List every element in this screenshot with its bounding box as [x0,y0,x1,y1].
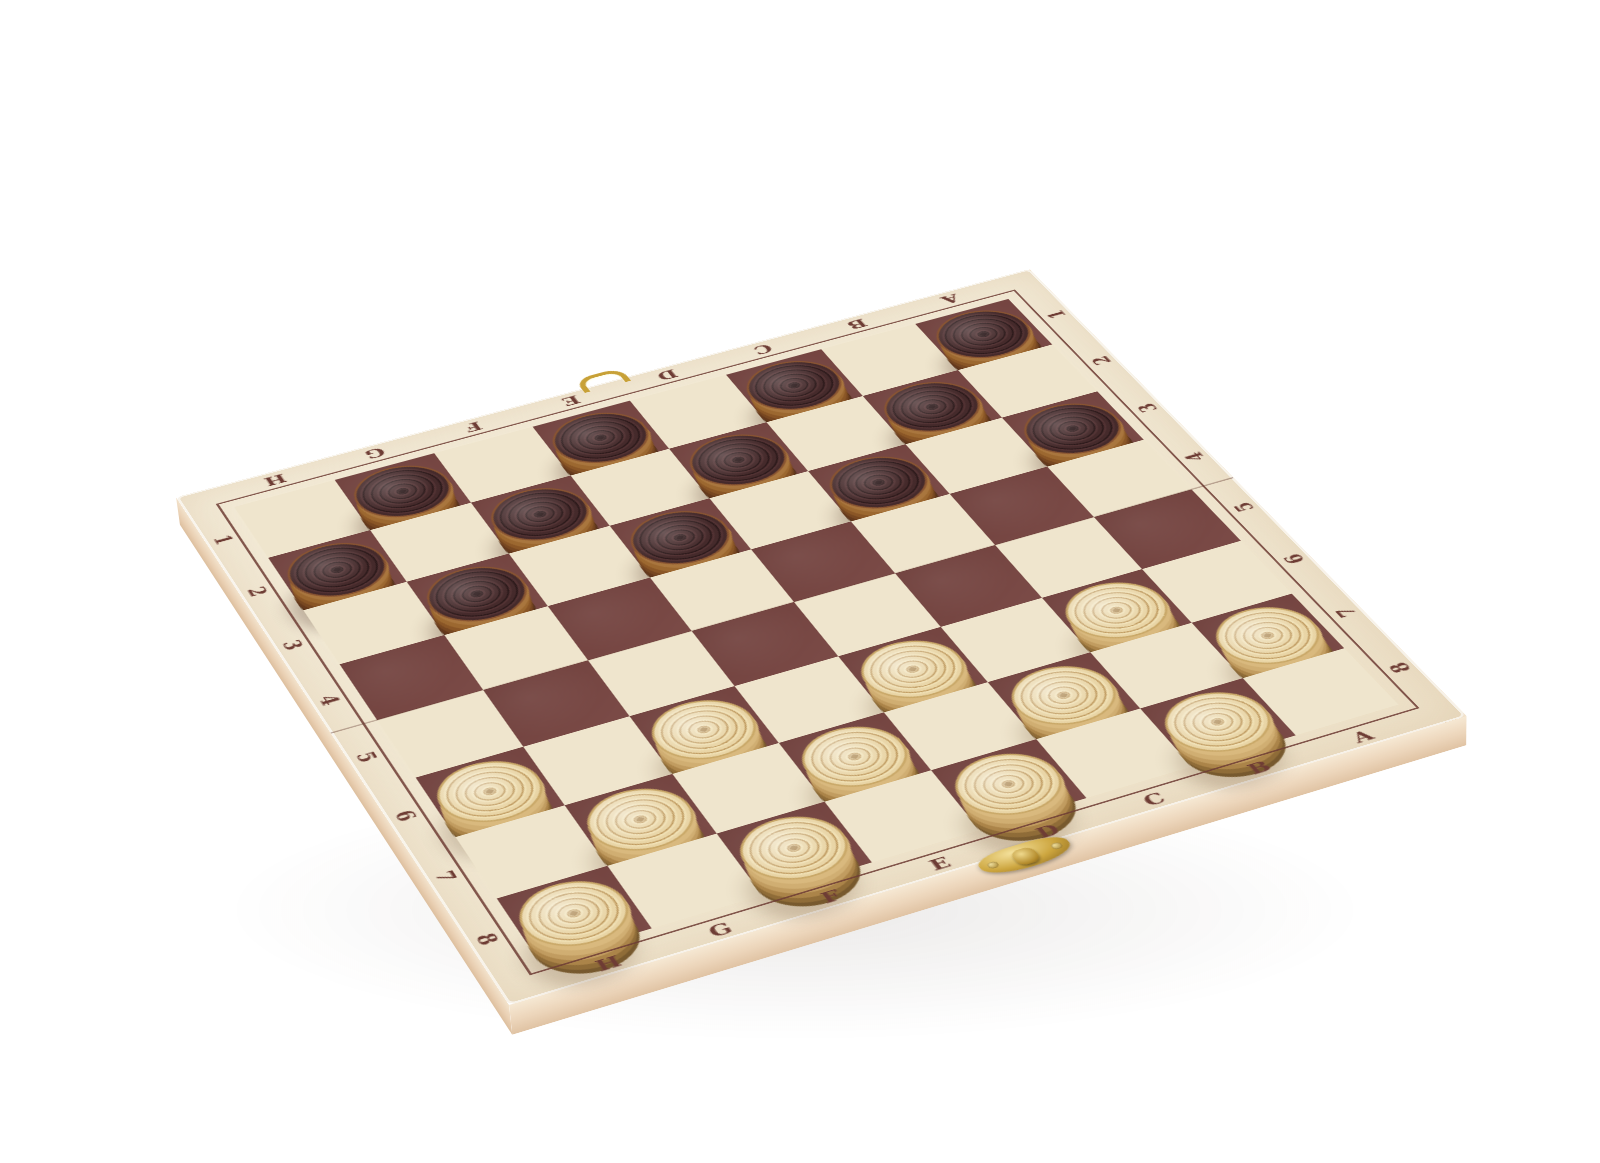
square-c8[interactable] [1036,708,1191,798]
file-label-far-h: H [261,471,289,487]
light-piece-f6[interactable] [636,689,772,769]
square-h5[interactable] [377,690,523,778]
square-f7[interactable] [672,742,824,833]
square-g8[interactable] [607,833,762,928]
rank-label-left-4: 4 [315,692,344,707]
light-piece-d6[interactable] [845,630,981,708]
rank-label-right-5: 5 [1229,500,1257,514]
square-d7[interactable] [884,682,1036,770]
file-label-near-c: C [1139,790,1168,808]
square-a8[interactable] [1243,648,1399,735]
light-piece-c7[interactable] [995,656,1134,735]
rank-label-right-3: 3 [1134,401,1162,414]
light-piece-g7[interactable] [572,778,710,862]
hinge-ring-icon [574,367,631,393]
square-a7[interactable] [1192,593,1345,678]
rank-label-left-8: 8 [472,930,503,947]
rank-label-right-4: 4 [1181,450,1209,463]
rank-label-right-1: 1 [1043,308,1070,320]
file-label-far-e: E [559,393,583,407]
square-h4[interactable] [340,635,484,720]
file-label-near-g: G [705,919,735,939]
rank-label-left-1: 1 [210,532,237,546]
square-f8[interactable] [717,801,872,894]
light-piece-e7[interactable] [786,716,924,797]
square-g5[interactable] [483,660,629,746]
square-e7[interactable] [779,712,931,801]
rank-label-left-2: 2 [244,584,272,598]
light-piece-h8[interactable] [504,870,645,957]
file-label-far-f: F [462,419,485,433]
rank-label-right-6: 6 [1280,551,1309,565]
rank-label-left-7: 7 [431,868,461,884]
photo-background: HHGGFFEEDDCCBBAA1122334455667788 [0,0,1600,1163]
file-label-near-a: A [1348,727,1377,745]
light-piece-f8[interactable] [724,805,865,890]
square-f5[interactable] [588,630,735,715]
square-b7[interactable] [1090,622,1243,708]
file-label-near-f: F [817,887,844,906]
square-h6[interactable] [416,746,565,836]
square-h8[interactable] [497,865,652,961]
file-label-near-e: E [926,854,954,873]
square-e6[interactable] [735,656,884,743]
file-label-far-b: B [844,316,870,330]
light-piece-d8[interactable] [938,743,1079,826]
screw-icon [985,860,999,869]
square-f6[interactable] [630,686,779,774]
rank-label-right-7: 7 [1331,605,1360,619]
square-d6[interactable] [838,626,987,711]
square-e5[interactable] [692,602,839,686]
rank-label-right-8: 8 [1385,660,1415,675]
square-c6[interactable] [941,597,1091,681]
rank-label-right-2: 2 [1088,354,1115,367]
file-label-far-c: C [750,342,775,356]
file-label-near-b: B [1244,758,1275,776]
rank-label-left-3: 3 [279,637,307,651]
square-g7[interactable] [565,773,717,865]
square-b8[interactable] [1140,678,1295,766]
light-piece-h6[interactable] [422,750,557,832]
file-label-far-g: G [362,445,388,460]
file-label-far-a: A [938,292,963,306]
file-label-far-d: D [654,367,680,382]
square-c7[interactable] [988,652,1140,739]
light-piece-b8[interactable] [1147,682,1288,762]
screw-icon [1049,841,1063,850]
square-g6[interactable] [523,716,672,805]
square-e8[interactable] [825,770,980,862]
rank-label-left-5: 5 [352,749,381,764]
square-d8[interactable] [931,739,1086,830]
rank-label-left-6: 6 [391,807,421,823]
light-piece-b6[interactable] [1049,572,1185,648]
square-h7[interactable] [456,805,608,898]
light-piece-a7[interactable] [1199,597,1338,674]
